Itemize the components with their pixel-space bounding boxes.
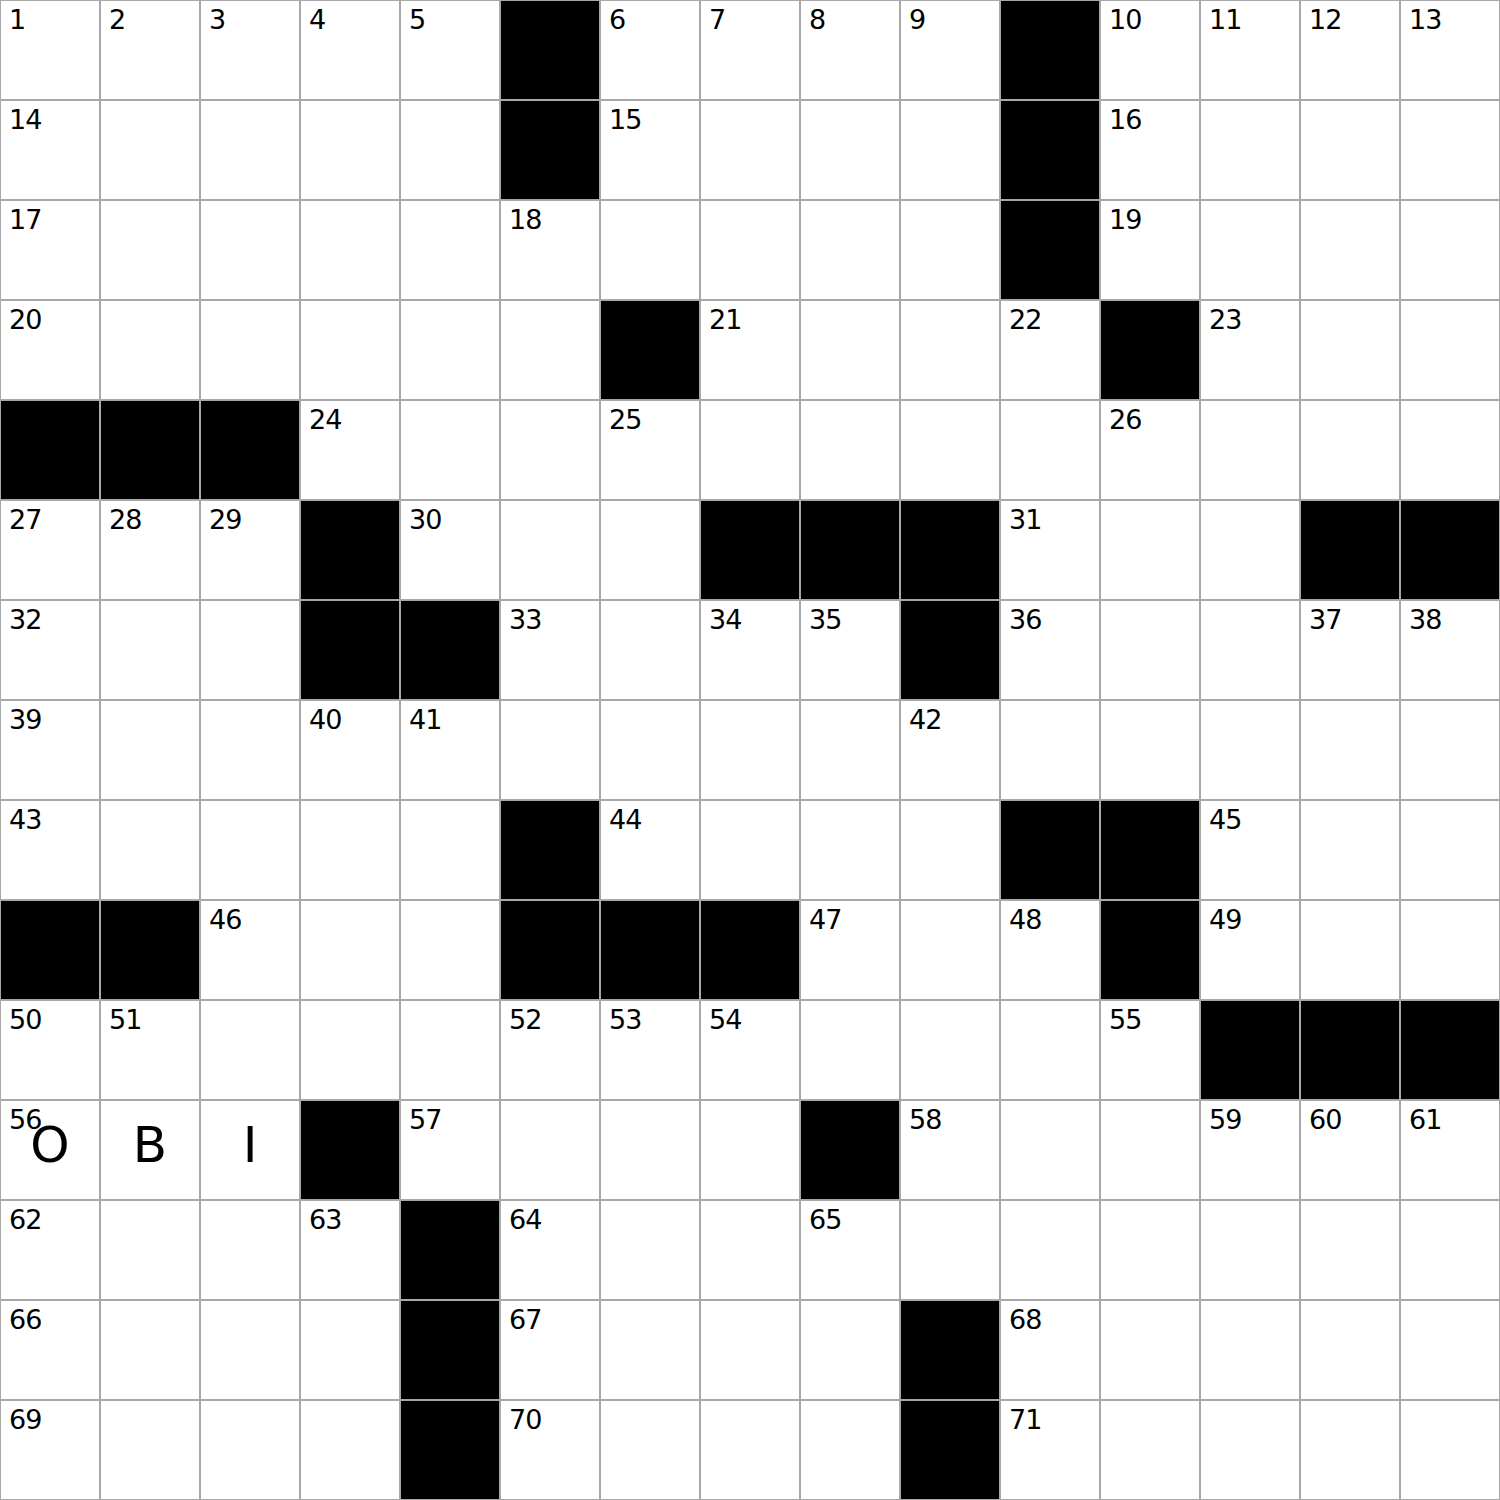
clue-number-55: 55 [1109,1006,1141,1033]
cell-r5-c4[interactable]: 30 [400,500,500,600]
cell-r4-c10[interactable] [1000,400,1100,500]
cell-r7-c12[interactable] [1200,700,1300,800]
clue-number-64: 64 [509,1206,541,1233]
cell-r10-c1[interactable]: 51 [100,1000,200,1100]
black-square-r10-c13 [1300,1000,1400,1100]
cell-r6-c0[interactable]: 32 [0,600,100,700]
cell-r7-c10[interactable] [1000,700,1100,800]
clue-number-14: 14 [9,106,41,133]
clue-number-22: 22 [1009,306,1041,333]
cell-r1-c11[interactable]: 16 [1100,100,1200,200]
cell-r10-c2[interactable] [200,1000,300,1100]
clue-number-52: 52 [509,1006,541,1033]
clue-number-62: 62 [9,1206,41,1233]
cell-r8-c8[interactable] [800,800,900,900]
cell-r0-c0[interactable]: 1 [0,0,100,100]
cell-r11-c10[interactable] [1000,1100,1100,1200]
cell-r2-c4[interactable] [400,200,500,300]
cell-r8-c12[interactable]: 45 [1200,800,1300,900]
clue-number-35: 35 [809,606,841,633]
cell-r7-c2[interactable] [200,700,300,800]
clue-number-71: 71 [1009,1406,1041,1433]
black-square-r5-c3 [300,500,400,600]
cell-r0-c6[interactable]: 6 [600,0,700,100]
cell-r6-c12[interactable] [1200,600,1300,700]
cell-r9-c10[interactable]: 48 [1000,900,1100,1000]
cell-r3-c10[interactable]: 22 [1000,300,1100,400]
cell-r7-c7[interactable] [700,700,800,800]
black-square-r4-c1 [100,400,200,500]
clue-number-43: 43 [9,806,41,833]
cell-r7-c14[interactable] [1400,700,1500,800]
clue-number-28: 28 [109,506,141,533]
cell-r11-c11[interactable] [1100,1100,1200,1200]
clue-number-24: 24 [309,406,341,433]
cell-r5-c12[interactable] [1200,500,1300,600]
cell-r14-c8[interactable] [800,1400,900,1500]
cell-r9-c3[interactable] [300,900,400,1000]
black-square-r9-c0 [0,900,100,1000]
cell-r7-c4[interactable]: 41 [400,700,500,800]
cell-r12-c2[interactable] [200,1200,300,1300]
clue-number-42: 42 [909,706,941,733]
cell-r6-c1[interactable] [100,600,200,700]
cell-r12-c12[interactable] [1200,1200,1300,1300]
cell-r9-c8[interactable]: 47 [800,900,900,1000]
cell-r11-c13[interactable]: 60 [1300,1100,1400,1200]
cell-r3-c13[interactable] [1300,300,1400,400]
cell-r4-c14[interactable] [1400,400,1500,500]
cell-r0-c14[interactable]: 13 [1400,0,1500,100]
black-square-r11-c8 [800,1100,900,1200]
black-square-r8-c11 [1100,800,1200,900]
cell-r11-c12[interactable]: 59 [1200,1100,1300,1200]
clue-number-8: 8 [809,6,825,33]
clue-number-4: 4 [309,6,325,33]
cell-r3-c4[interactable] [400,300,500,400]
cell-r1-c12[interactable] [1200,100,1300,200]
clue-number-29: 29 [209,506,241,533]
cell-r3-c3[interactable] [300,300,400,400]
cell-r12-c13[interactable] [1300,1200,1400,1300]
cell-r12-c10[interactable] [1000,1200,1100,1300]
cell-r1-c3[interactable] [300,100,400,200]
black-square-r5-c9 [900,500,1000,600]
cell-r2-c0[interactable]: 17 [0,200,100,300]
black-square-r3-c6 [600,300,700,400]
clue-number-69: 69 [9,1406,41,1433]
cell-r1-c7[interactable] [700,100,800,200]
clue-number-9: 9 [909,6,925,33]
clue-number-46: 46 [209,906,241,933]
cell-r0-c7[interactable]: 7 [700,0,800,100]
cell-r5-c0[interactable]: 27 [0,500,100,600]
cell-r4-c3[interactable]: 24 [300,400,400,500]
cell-r9-c4[interactable] [400,900,500,1000]
black-square-r11-c3 [300,1100,400,1200]
cell-r12-c0[interactable]: 62 [0,1200,100,1300]
cell-r4-c4[interactable] [400,400,500,500]
clue-number-26: 26 [1109,406,1141,433]
cell-r8-c3[interactable] [300,800,400,900]
cell-r11-c14[interactable]: 61 [1400,1100,1500,1200]
cell-r8-c2[interactable] [200,800,300,900]
cell-r8-c1[interactable] [100,800,200,900]
black-square-r9-c6 [600,900,700,1000]
cell-r4-c11[interactable]: 26 [1100,400,1200,500]
black-square-r14-c9 [900,1400,1000,1500]
black-square-r6-c4 [400,600,500,700]
cell-r12-c6[interactable] [600,1200,700,1300]
cell-r3-c8[interactable] [800,300,900,400]
cell-r5-c10[interactable]: 31 [1000,500,1100,600]
cell-r8-c13[interactable] [1300,800,1400,900]
cell-r2-c12[interactable] [1200,200,1300,300]
clue-number-47: 47 [809,906,841,933]
cell-r14-c14[interactable] [1400,1400,1500,1500]
cell-r6-c10[interactable]: 36 [1000,600,1100,700]
cell-r1-c14[interactable] [1400,100,1500,200]
cell-r6-c2[interactable] [200,600,300,700]
black-square-r8-c5 [500,800,600,900]
cell-r13-c5[interactable]: 67 [500,1300,600,1400]
cell-r10-c10[interactable] [1000,1000,1100,1100]
cell-r2-c6[interactable] [600,200,700,300]
cell-r12-c14[interactable] [1400,1200,1500,1300]
cell-r9-c2[interactable]: 46 [200,900,300,1000]
cell-r8-c14[interactable] [1400,800,1500,900]
clue-number-59: 59 [1209,1106,1241,1133]
black-square-r1-c5 [500,100,600,200]
clue-number-61: 61 [1409,1106,1441,1133]
black-square-r4-c0 [0,400,100,500]
cell-r10-c4[interactable] [400,1000,500,1100]
cell-r1-c13[interactable] [1300,100,1400,200]
cell-r1-c0[interactable]: 14 [0,100,100,200]
cell-r6-c14[interactable]: 38 [1400,600,1500,700]
cell-r4-c7[interactable] [700,400,800,500]
black-square-r9-c1 [100,900,200,1000]
cell-r13-c3[interactable] [300,1300,400,1400]
cell-r13-c14[interactable] [1400,1300,1500,1400]
cell-r1-c9[interactable] [900,100,1000,200]
cell-r0-c4[interactable]: 5 [400,0,500,100]
black-square-r5-c7 [700,500,800,600]
cell-r2-c9[interactable] [900,200,1000,300]
clue-number-34: 34 [709,606,741,633]
cell-r7-c13[interactable] [1300,700,1400,800]
cell-r2-c1[interactable] [100,200,200,300]
clue-number-25: 25 [609,406,641,433]
black-square-r13-c4 [400,1300,500,1400]
cell-r10-c6[interactable]: 53 [600,1000,700,1100]
cell-r3-c0[interactable]: 20 [0,300,100,400]
cell-r5-c1[interactable]: 28 [100,500,200,600]
cell-r1-c8[interactable] [800,100,900,200]
black-square-r13-c9 [900,1300,1000,1400]
cell-r5-c11[interactable] [1100,500,1200,600]
clue-number-23: 23 [1209,306,1241,333]
cell-r2-c2[interactable] [200,200,300,300]
cell-r14-c12[interactable] [1200,1400,1300,1500]
clue-number-1: 1 [9,6,25,33]
cell-r10-c11[interactable]: 55 [1100,1000,1200,1100]
black-square-r12-c4 [400,1200,500,1300]
cell-r4-c6[interactable]: 25 [600,400,700,500]
cell-r0-c2[interactable]: 3 [200,0,300,100]
cell-r11-c6[interactable] [600,1100,700,1200]
cell-r14-c10[interactable]: 71 [1000,1400,1100,1500]
cell-r0-c3[interactable]: 4 [300,0,400,100]
cell-r7-c0[interactable]: 39 [0,700,100,800]
cell-r3-c9[interactable] [900,300,1000,400]
cell-r8-c4[interactable] [400,800,500,900]
cell-r1-c2[interactable] [200,100,300,200]
cell-r13-c6[interactable] [600,1300,700,1400]
clue-number-48: 48 [1009,906,1041,933]
clue-number-2: 2 [109,6,125,33]
clue-number-31: 31 [1009,506,1041,533]
cell-r9-c14[interactable] [1400,900,1500,1000]
clue-number-50: 50 [9,1006,41,1033]
cell-r0-c1[interactable]: 2 [100,0,200,100]
cell-r13-c0[interactable]: 66 [0,1300,100,1400]
cell-r4-c8[interactable] [800,400,900,500]
clue-number-57: 57 [409,1106,441,1133]
clue-number-13: 13 [1409,6,1441,33]
clue-number-33: 33 [509,606,541,633]
cell-r4-c13[interactable] [1300,400,1400,500]
cell-r2-c5[interactable]: 18 [500,200,600,300]
black-square-r2-c10 [1000,200,1100,300]
cell-r10-c5[interactable]: 52 [500,1000,600,1100]
cell-r14-c5[interactable]: 70 [500,1400,600,1500]
cell-r9-c12[interactable]: 49 [1200,900,1300,1000]
clue-number-3: 3 [209,6,225,33]
cell-r3-c7[interactable]: 21 [700,300,800,400]
cell-r3-c1[interactable] [100,300,200,400]
clue-number-70: 70 [509,1406,541,1433]
clue-number-60: 60 [1309,1106,1341,1133]
cell-r0-c9[interactable]: 9 [900,0,1000,100]
clue-number-10: 10 [1109,6,1141,33]
clue-number-58: 58 [909,1106,941,1133]
clue-number-54: 54 [709,1006,741,1033]
black-square-r5-c14 [1400,500,1500,600]
black-square-r8-c10 [1000,800,1100,900]
cell-r14-c13[interactable] [1300,1400,1400,1500]
cell-r9-c9[interactable] [900,900,1000,1000]
clue-number-39: 39 [9,706,41,733]
cell-r13-c10[interactable]: 68 [1000,1300,1100,1400]
black-square-r3-c11 [1100,300,1200,400]
cell-r10-c9[interactable] [900,1000,1000,1100]
black-square-r1-c10 [1000,100,1100,200]
cell-r7-c5[interactable] [500,700,600,800]
black-square-r5-c8 [800,500,900,600]
cell-r13-c8[interactable] [800,1300,900,1400]
cell-r2-c14[interactable] [1400,200,1500,300]
cell-r12-c3[interactable]: 63 [300,1200,400,1300]
clue-number-53: 53 [609,1006,641,1033]
clue-number-21: 21 [709,306,741,333]
clue-number-44: 44 [609,806,641,833]
black-square-r9-c11 [1100,900,1200,1000]
clue-number-12: 12 [1309,6,1341,33]
clue-number-17: 17 [9,206,41,233]
clue-number-66: 66 [9,1306,41,1333]
cell-r13-c2[interactable] [200,1300,300,1400]
clue-number-51: 51 [109,1006,141,1033]
clue-number-45: 45 [1209,806,1241,833]
cell-r10-c7[interactable]: 54 [700,1000,800,1100]
cell-r4-c5[interactable] [500,400,600,500]
cell-r7-c3[interactable]: 40 [300,700,400,800]
cell-r10-c8[interactable] [800,1000,900,1100]
cell-r14-c11[interactable] [1100,1400,1200,1500]
cell-r13-c13[interactable] [1300,1300,1400,1400]
clue-number-20: 20 [9,306,41,333]
cell-r4-c9[interactable] [900,400,1000,500]
clue-number-15: 15 [609,106,641,133]
cell-r0-c11[interactable]: 10 [1100,0,1200,100]
clue-number-32: 32 [9,606,41,633]
clue-number-40: 40 [309,706,341,733]
cell-r7-c8[interactable] [800,700,900,800]
cell-r1-c4[interactable] [400,100,500,200]
cell-letter: I [201,1101,299,1199]
clue-number-63: 63 [309,1206,341,1233]
cell-r11-c9[interactable]: 58 [900,1100,1000,1200]
cell-r2-c8[interactable] [800,200,900,300]
cell-r14-c2[interactable] [200,1400,300,1500]
cell-r8-c7[interactable] [700,800,800,900]
black-square-r10-c14 [1400,1000,1500,1100]
clue-number-49: 49 [1209,906,1241,933]
cell-r11-c4[interactable]: 57 [400,1100,500,1200]
cell-r0-c8[interactable]: 8 [800,0,900,100]
cell-r6-c5[interactable]: 33 [500,600,600,700]
cell-letter: B [101,1101,199,1199]
crossword-board: 1234567891011121314151617181920212223242… [0,0,1500,1500]
black-square-r9-c5 [500,900,600,1000]
clue-number-7: 7 [709,6,725,33]
cell-r13-c1[interactable] [100,1300,200,1400]
clue-number-67: 67 [509,1306,541,1333]
cell-r7-c6[interactable] [600,700,700,800]
cell-r14-c3[interactable] [300,1400,400,1500]
black-square-r9-c7 [700,900,800,1000]
cell-r3-c2[interactable] [200,300,300,400]
cell-r11-c1[interactable]: B [100,1100,200,1200]
black-square-r6-c9 [900,600,1000,700]
clue-number-18: 18 [509,206,541,233]
clue-number-65: 65 [809,1206,841,1233]
clue-number-30: 30 [409,506,441,533]
clue-number-36: 36 [1009,606,1041,633]
cell-r11-c2[interactable]: I [200,1100,300,1200]
cell-r12-c9[interactable] [900,1200,1000,1300]
black-square-r14-c4 [400,1400,500,1500]
cell-r0-c13[interactable]: 12 [1300,0,1400,100]
cell-r2-c11[interactable]: 19 [1100,200,1200,300]
clue-number-27: 27 [9,506,41,533]
clue-number-37: 37 [1309,606,1341,633]
cell-r13-c12[interactable] [1200,1300,1300,1400]
black-square-r0-c5 [500,0,600,100]
black-square-r4-c2 [200,400,300,500]
cell-r3-c14[interactable] [1400,300,1500,400]
cell-r2-c7[interactable] [700,200,800,300]
cell-r7-c11[interactable] [1100,700,1200,800]
cell-r6-c8[interactable]: 35 [800,600,900,700]
cell-r9-c13[interactable] [1300,900,1400,1000]
black-square-r5-c13 [1300,500,1400,600]
cell-r8-c0[interactable]: 43 [0,800,100,900]
clue-number-41: 41 [409,706,441,733]
cell-r5-c5[interactable] [500,500,600,600]
cell-r11-c0[interactable]: 56O [0,1100,100,1200]
cell-r14-c0[interactable]: 69 [0,1400,100,1500]
cell-r12-c8[interactable]: 65 [800,1200,900,1300]
cell-r10-c3[interactable] [300,1000,400,1100]
cell-r1-c1[interactable] [100,100,200,200]
cell-r7-c9[interactable]: 42 [900,700,1000,800]
black-square-r6-c3 [300,600,400,700]
black-square-r0-c10 [1000,0,1100,100]
clue-number-68: 68 [1009,1306,1041,1333]
cell-r7-c1[interactable] [100,700,200,800]
cell-r10-c0[interactable]: 50 [0,1000,100,1100]
clue-number-19: 19 [1109,206,1141,233]
cell-r6-c11[interactable] [1100,600,1200,700]
cell-r13-c11[interactable] [1100,1300,1200,1400]
cell-r2-c3[interactable] [300,200,400,300]
cell-letter: O [1,1101,99,1199]
cell-r12-c1[interactable] [100,1200,200,1300]
cell-r5-c2[interactable]: 29 [200,500,300,600]
cell-r6-c13[interactable]: 37 [1300,600,1400,700]
cell-r6-c6[interactable] [600,600,700,700]
cell-r11-c5[interactable] [500,1100,600,1200]
cell-r14-c7[interactable] [700,1400,800,1500]
cell-r12-c5[interactable]: 64 [500,1200,600,1300]
cell-r4-c12[interactable] [1200,400,1300,500]
cell-r13-c7[interactable] [700,1300,800,1400]
cell-r8-c6[interactable]: 44 [600,800,700,900]
black-square-r10-c12 [1200,1000,1300,1100]
cell-r14-c6[interactable] [600,1400,700,1500]
clue-number-11: 11 [1209,6,1241,33]
cell-r5-c6[interactable] [600,500,700,600]
clue-number-38: 38 [1409,606,1441,633]
clue-number-16: 16 [1109,106,1141,133]
cell-r12-c11[interactable] [1100,1200,1200,1300]
cell-r2-c13[interactable] [1300,200,1400,300]
cell-r0-c12[interactable]: 11 [1200,0,1300,100]
clue-number-5: 5 [409,6,425,33]
cell-r12-c7[interactable] [700,1200,800,1300]
cell-r14-c1[interactable] [100,1400,200,1500]
cell-r8-c9[interactable] [900,800,1000,900]
cell-r3-c12[interactable]: 23 [1200,300,1300,400]
cell-r6-c7[interactable]: 34 [700,600,800,700]
clue-number-6: 6 [609,6,625,33]
cell-r11-c7[interactable] [700,1100,800,1200]
cell-r3-c5[interactable] [500,300,600,400]
cell-r1-c6[interactable]: 15 [600,100,700,200]
